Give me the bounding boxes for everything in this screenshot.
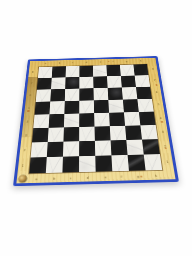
board-square[interactable] (79, 66, 93, 77)
rank-label: 6 (156, 91, 158, 93)
rank-label: 6 (30, 95, 32, 97)
board-square[interactable] (140, 125, 157, 140)
board-square[interactable] (139, 112, 156, 126)
board-square[interactable] (37, 78, 52, 90)
board-square[interactable] (47, 142, 64, 157)
board-square[interactable] (93, 88, 108, 101)
board-square[interactable] (48, 127, 64, 142)
board-square[interactable] (110, 126, 127, 141)
file-label: h (139, 60, 141, 62)
rank-label: 1 (22, 165, 24, 168)
file-label: b (58, 62, 60, 64)
wood-knot (140, 175, 142, 177)
board-square[interactable] (79, 88, 94, 101)
board-square[interactable] (124, 112, 140, 126)
board-square[interactable] (142, 139, 160, 154)
file-label: g (137, 175, 139, 178)
file-label: f (121, 175, 122, 178)
file-label: g (126, 60, 128, 62)
rank-label: 3 (25, 134, 27, 137)
board-square[interactable] (94, 113, 110, 127)
board-square[interactable] (111, 140, 128, 155)
board-square[interactable] (79, 127, 95, 142)
board-square[interactable] (111, 155, 129, 171)
rank-label: 4 (27, 120, 29, 122)
file-label: f (113, 61, 114, 63)
board-square[interactable] (52, 66, 66, 77)
file-label: d (87, 176, 89, 179)
board-square[interactable] (35, 101, 51, 114)
rank-label: 8 (152, 68, 154, 70)
board-square[interactable] (49, 101, 64, 114)
board-square[interactable] (133, 64, 148, 75)
board-square[interactable] (108, 100, 124, 113)
board-square[interactable] (29, 157, 47, 173)
file-label: h (154, 174, 156, 177)
rank-label: 5 (28, 107, 30, 109)
photo-scene: abcdefgh 87654321 87654321 abcdefgh (0, 0, 192, 256)
board-square[interactable] (79, 113, 94, 127)
board-square[interactable] (94, 126, 110, 141)
board-square[interactable] (122, 87, 138, 100)
board-square[interactable] (107, 76, 122, 88)
board-square[interactable] (32, 128, 49, 143)
board-square[interactable] (106, 65, 120, 76)
file-label: c (70, 177, 72, 180)
file-label: a (45, 63, 47, 65)
rank-label: 4 (160, 117, 162, 119)
board-square[interactable] (46, 157, 63, 173)
wood-knot (161, 121, 164, 123)
board-square[interactable] (64, 114, 79, 128)
board-square[interactable] (125, 125, 142, 140)
rank-label: 3 (162, 131, 164, 134)
board-square[interactable] (136, 87, 152, 99)
board-square[interactable] (63, 127, 79, 142)
board-square[interactable] (38, 67, 53, 78)
board-square[interactable] (93, 65, 107, 76)
file-label: a (35, 177, 37, 180)
file-label: d (86, 61, 87, 63)
chessboard: abcdefgh 87654321 87654321 abcdefgh (13, 56, 179, 186)
rank-label: 8 (32, 71, 34, 73)
board-square[interactable] (94, 100, 109, 113)
board-square[interactable] (135, 75, 150, 87)
board-square[interactable] (33, 114, 49, 128)
file-label: e (104, 176, 106, 179)
board-square[interactable] (79, 156, 96, 172)
rank-label: 2 (164, 146, 166, 149)
file-label: c (72, 62, 73, 64)
board-grid (28, 64, 163, 175)
rank-label: 7 (154, 79, 156, 81)
rank-label: 1 (167, 161, 169, 164)
board-square[interactable] (51, 77, 66, 89)
board-square[interactable] (121, 76, 136, 88)
board-square[interactable] (49, 114, 65, 128)
board-square[interactable] (65, 77, 79, 89)
board-square[interactable] (128, 155, 146, 171)
board-square[interactable] (79, 141, 95, 156)
board-square[interactable] (64, 101, 79, 114)
board-square[interactable] (109, 112, 125, 126)
board-square[interactable] (62, 156, 79, 172)
board-square[interactable] (137, 99, 153, 112)
board-square[interactable] (63, 141, 79, 156)
board-square[interactable] (108, 87, 123, 100)
wood-knot (164, 147, 167, 149)
board-square[interactable] (66, 66, 80, 77)
rank-label: 5 (158, 104, 160, 106)
board-square[interactable] (50, 89, 65, 102)
board-square[interactable] (95, 140, 112, 155)
board-square[interactable] (79, 100, 94, 113)
rank-label: 2 (24, 149, 26, 152)
file-label: b (53, 177, 55, 180)
board-square[interactable] (123, 99, 139, 112)
board-square[interactable] (126, 140, 143, 155)
file-label: e (99, 61, 101, 63)
board-square[interactable] (144, 154, 162, 170)
brand-badge (18, 175, 27, 182)
rank-label: 7 (31, 83, 33, 85)
wood-knot (108, 61, 110, 62)
board-square[interactable] (65, 89, 80, 102)
wood-knot (155, 84, 157, 86)
wood-knot (27, 110, 29, 112)
board-square[interactable] (95, 155, 112, 171)
board-square[interactable] (79, 77, 93, 89)
board-square[interactable] (31, 142, 48, 157)
board-square[interactable] (36, 89, 51, 102)
board-square[interactable] (93, 76, 107, 88)
board-square[interactable] (120, 65, 135, 76)
